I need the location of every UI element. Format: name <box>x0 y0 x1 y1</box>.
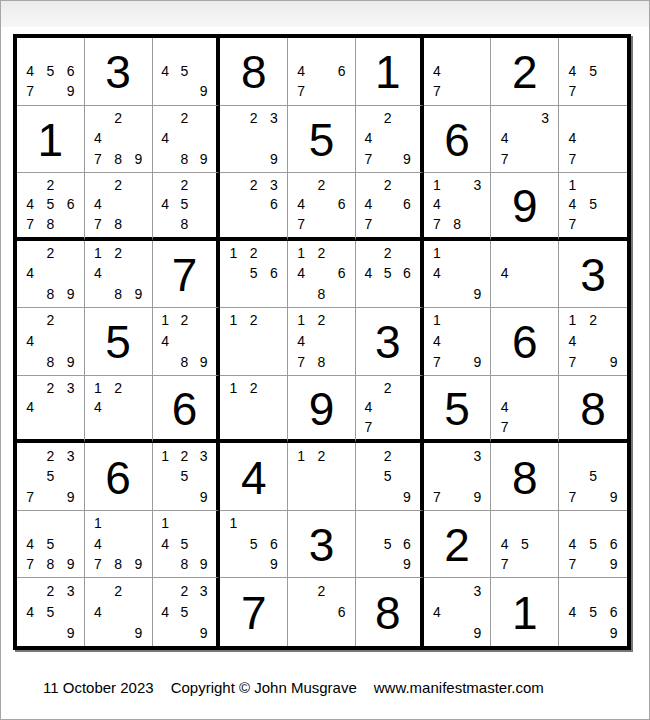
pencil-marks: 12468 <box>288 241 355 308</box>
pencil-marks: 2479 <box>356 106 420 173</box>
candidate-7: 7 <box>494 554 514 575</box>
candidate-1: 1 <box>427 310 447 331</box>
pencil-marks: 26 <box>288 578 355 646</box>
cell-r7c1: 23579 <box>17 443 85 511</box>
candidate-2: 2 <box>40 243 60 264</box>
cell-r2c4: 239 <box>220 106 288 174</box>
cell-r4c1: 2489 <box>17 241 85 309</box>
candidate-7: 7 <box>291 351 311 372</box>
candidate-1: 1 <box>156 310 175 331</box>
pencil-marks: 47 <box>491 376 558 440</box>
candidate-1: 1 <box>562 175 583 195</box>
cell-r4c6: 2456 <box>356 241 424 309</box>
candidate-5: 5 <box>583 61 604 82</box>
cell-r8c7: 2 <box>424 511 492 579</box>
given-digit: 7 <box>172 252 198 298</box>
cell-r1c3: 459 <box>153 38 221 106</box>
cell-r7c6: 259 <box>356 443 424 511</box>
cell-r5c7: 1479 <box>424 308 492 376</box>
cell-r6c4: 12 <box>220 376 288 444</box>
pencil-marks: 23459 <box>17 578 84 646</box>
candidate-5: 5 <box>40 61 60 82</box>
candidate-4: 4 <box>20 397 40 417</box>
cell-r4c8: 4 <box>491 241 559 309</box>
candidate-4: 4 <box>291 331 311 352</box>
candidate-9: 9 <box>61 486 81 507</box>
given-digit: 2 <box>444 522 470 568</box>
candidate-2: 2 <box>311 310 331 331</box>
page: 4567934598467147245712478924892395247963… <box>0 0 650 720</box>
candidate-4: 4 <box>20 601 40 622</box>
candidate-7: 7 <box>427 214 447 234</box>
candidate-8: 8 <box>108 149 128 170</box>
candidate-6: 6 <box>332 61 352 82</box>
candidate-1: 1 <box>291 445 311 466</box>
candidate-4: 4 <box>156 601 175 622</box>
pencil-marks: 12489 <box>85 241 152 308</box>
candidate-7: 7 <box>291 214 311 234</box>
candidate-4: 4 <box>562 61 583 82</box>
candidate-8: 8 <box>108 554 128 575</box>
given-digit: 1 <box>375 49 401 95</box>
cell-r7c3: 12359 <box>153 443 221 511</box>
cell-r9c2: 249 <box>85 578 153 646</box>
candidate-4: 4 <box>88 128 108 149</box>
candidate-8: 8 <box>175 149 194 170</box>
candidate-4: 4 <box>562 195 583 215</box>
cell-r3c3: 2458 <box>153 173 221 241</box>
candidate-4: 4 <box>494 263 514 284</box>
candidate-7: 7 <box>562 214 583 234</box>
candidate-7: 7 <box>562 149 583 170</box>
candidate-7: 7 <box>427 486 447 507</box>
candidate-2: 2 <box>378 378 397 398</box>
cell-r8c6: 569 <box>356 511 424 579</box>
candidate-5: 5 <box>583 195 604 215</box>
candidate-4: 4 <box>291 61 311 82</box>
candidate-9: 9 <box>128 622 148 643</box>
cell-r6c8: 47 <box>491 376 559 444</box>
candidate-1: 1 <box>156 445 175 466</box>
cell-r2c8: 347 <box>491 106 559 174</box>
pencil-marks: 249 <box>85 578 152 646</box>
candidate-4: 4 <box>427 331 447 352</box>
cell-r3c8: 9 <box>491 173 559 241</box>
candidate-5: 5 <box>175 195 194 215</box>
cell-r1c7: 47 <box>424 38 492 106</box>
cell-r2c7: 6 <box>424 106 492 174</box>
cell-r3c2: 2478 <box>85 173 153 241</box>
cell-r5c3: 12489 <box>153 308 221 376</box>
pencil-marks: 379 <box>424 443 491 510</box>
pencil-marks: 2478 <box>85 173 152 237</box>
candidate-4: 4 <box>20 263 40 284</box>
candidate-4: 4 <box>88 263 108 284</box>
candidate-1: 1 <box>88 378 108 398</box>
candidate-6: 6 <box>264 533 284 554</box>
candidate-3: 3 <box>264 175 284 195</box>
candidate-1: 1 <box>427 243 447 264</box>
pencil-marks: 45679 <box>17 38 84 105</box>
cell-r5c2: 5 <box>85 308 153 376</box>
cell-r4c2: 12489 <box>85 241 153 309</box>
candidate-5: 5 <box>583 601 604 622</box>
candidate-2: 2 <box>311 580 331 601</box>
candidate-4: 4 <box>156 195 175 215</box>
candidate-2: 2 <box>40 378 60 398</box>
candidate-9: 9 <box>194 486 213 507</box>
candidate-9: 9 <box>467 351 487 372</box>
candidate-1: 1 <box>88 243 108 264</box>
candidate-5: 5 <box>515 533 535 554</box>
pencil-marks: 14789 <box>85 511 152 578</box>
candidate-6: 6 <box>264 263 284 284</box>
cell-r6c9: 8 <box>559 376 627 444</box>
header-band <box>1 1 649 27</box>
cell-r5c8: 6 <box>491 308 559 376</box>
cell-r1c2: 3 <box>85 38 153 106</box>
given-digit: 3 <box>309 522 335 568</box>
candidate-9: 9 <box>397 149 416 170</box>
candidate-1: 1 <box>562 310 583 331</box>
given-digit: 9 <box>512 183 538 229</box>
pencil-marks: 247 <box>356 376 420 440</box>
cell-r1c4: 8 <box>220 38 288 106</box>
candidate-2: 2 <box>311 175 331 195</box>
footer-copyright: Copyright © John Musgrave <box>171 679 357 696</box>
candidate-7: 7 <box>291 81 311 102</box>
given-digit: 3 <box>375 319 401 365</box>
candidate-4: 4 <box>156 128 175 149</box>
candidate-7: 7 <box>494 149 514 170</box>
candidate-2: 2 <box>175 108 194 129</box>
candidate-8: 8 <box>40 214 60 234</box>
candidate-9: 9 <box>61 622 81 643</box>
candidate-6: 6 <box>61 61 81 82</box>
footer-website: www.manifestmaster.com <box>374 679 544 696</box>
candidate-4: 4 <box>427 263 447 284</box>
cell-r2c2: 24789 <box>85 106 153 174</box>
candidate-9: 9 <box>467 486 487 507</box>
pencil-marks: 12478 <box>288 308 355 375</box>
candidate-5: 5 <box>175 61 194 82</box>
candidate-2: 2 <box>40 175 60 195</box>
candidate-4: 4 <box>359 397 378 417</box>
candidate-6: 6 <box>332 601 352 622</box>
candidate-4: 4 <box>427 61 447 82</box>
candidate-9: 9 <box>194 554 213 575</box>
candidate-1: 1 <box>156 513 175 534</box>
candidate-1: 1 <box>223 513 243 534</box>
candidate-7: 7 <box>20 554 40 575</box>
candidate-2: 2 <box>378 445 397 466</box>
candidate-8: 8 <box>311 351 331 372</box>
cell-r2c3: 2489 <box>153 106 221 174</box>
candidate-1: 1 <box>223 378 243 398</box>
candidate-2: 2 <box>108 580 128 601</box>
candidate-6: 6 <box>332 263 352 284</box>
candidate-4: 4 <box>359 128 378 149</box>
candidate-9: 9 <box>61 284 81 305</box>
candidate-5: 5 <box>244 533 264 554</box>
candidate-6: 6 <box>264 195 284 215</box>
cell-r8c1: 45789 <box>17 511 85 579</box>
candidate-9: 9 <box>264 149 284 170</box>
candidate-6: 6 <box>397 533 416 554</box>
cell-r4c4: 1256 <box>220 241 288 309</box>
pencil-marks: 12359 <box>153 443 217 510</box>
given-digit: 8 <box>375 590 401 636</box>
given-digit: 9 <box>309 386 335 432</box>
candidate-2: 2 <box>244 243 264 264</box>
given-digit: 5 <box>444 386 470 432</box>
given-digit: 3 <box>105 49 131 95</box>
candidate-6: 6 <box>61 195 81 215</box>
pencil-marks: 349 <box>424 578 491 646</box>
pencil-marks: 457 <box>559 38 627 105</box>
given-digit: 6 <box>105 455 131 501</box>
footer: 11 October 2023 Copyright © John Musgrav… <box>43 679 544 696</box>
cell-r7c7: 379 <box>424 443 492 511</box>
candidate-9: 9 <box>194 81 213 102</box>
cell-r5c1: 2489 <box>17 308 85 376</box>
given-digit: 6 <box>444 117 470 163</box>
candidate-9: 9 <box>603 622 624 643</box>
given-digit: 1 <box>38 117 64 163</box>
candidate-4: 4 <box>156 331 175 352</box>
pencil-marks: 14589 <box>153 511 217 578</box>
candidate-3: 3 <box>467 445 487 466</box>
pencil-marks: 24789 <box>85 106 152 173</box>
candidate-8: 8 <box>447 214 467 234</box>
cell-r4c3: 7 <box>153 241 221 309</box>
cell-r5c5: 12478 <box>288 308 356 376</box>
candidate-4: 4 <box>562 601 583 622</box>
candidate-9: 9 <box>194 351 213 372</box>
candidate-4: 4 <box>291 195 311 215</box>
candidate-8: 8 <box>311 284 331 305</box>
pencil-marks: 149 <box>424 241 491 308</box>
cell-r9c6: 8 <box>356 578 424 646</box>
candidate-7: 7 <box>88 554 108 575</box>
given-digit: 3 <box>580 252 606 298</box>
candidate-2: 2 <box>108 378 128 398</box>
candidate-2: 2 <box>378 243 397 264</box>
candidate-8: 8 <box>175 214 194 234</box>
cell-r8c8: 457 <box>491 511 559 579</box>
cell-r6c6: 247 <box>356 376 424 444</box>
pencil-marks: 23579 <box>17 443 84 510</box>
cell-r1c8: 2 <box>491 38 559 106</box>
pencil-marks: 12 <box>288 443 355 510</box>
candidate-8: 8 <box>108 284 128 305</box>
cell-r3c4: 236 <box>220 173 288 241</box>
candidate-2: 2 <box>583 310 604 331</box>
cell-r9c5: 26 <box>288 578 356 646</box>
candidate-3: 3 <box>61 378 81 398</box>
pencil-marks: 457 <box>491 511 558 578</box>
pencil-marks: 239 <box>220 106 287 173</box>
cell-r7c4: 4 <box>220 443 288 511</box>
sudoku-grid: 4567934598467147245712478924892395247963… <box>13 34 631 650</box>
pencil-marks: 45679 <box>559 511 627 578</box>
pencil-marks: 4569 <box>559 578 627 646</box>
cell-r2c9: 47 <box>559 106 627 174</box>
candidate-4: 4 <box>494 533 514 554</box>
footer-date: 11 October 2023 <box>43 679 154 696</box>
candidate-4: 4 <box>359 263 378 284</box>
cell-r1c6: 1 <box>356 38 424 106</box>
candidate-3: 3 <box>535 108 555 129</box>
candidate-1: 1 <box>291 310 311 331</box>
pencil-marks: 23459 <box>153 578 217 646</box>
candidate-5: 5 <box>175 466 194 487</box>
pencil-marks: 259 <box>356 443 420 510</box>
candidate-9: 9 <box>128 149 148 170</box>
cell-r7c9: 579 <box>559 443 627 511</box>
candidate-4: 4 <box>88 601 108 622</box>
cell-r3c5: 2467 <box>288 173 356 241</box>
cell-r2c5: 5 <box>288 106 356 174</box>
cell-r9c8: 1 <box>491 578 559 646</box>
cell-r4c7: 149 <box>424 241 492 309</box>
candidate-7: 7 <box>359 214 378 234</box>
candidate-5: 5 <box>40 466 60 487</box>
pencil-marks: 12 <box>220 308 287 375</box>
pencil-marks: 245678 <box>17 173 84 237</box>
candidate-5: 5 <box>244 263 264 284</box>
cell-r6c2: 124 <box>85 376 153 444</box>
candidate-2: 2 <box>175 445 194 466</box>
cell-r2c1: 1 <box>17 106 85 174</box>
pencil-marks: 467 <box>288 38 355 105</box>
candidate-6: 6 <box>397 263 416 284</box>
pencil-marks: 12479 <box>559 308 627 375</box>
candidate-2: 2 <box>40 580 60 601</box>
given-digit: 8 <box>580 386 606 432</box>
pencil-marks: 236 <box>220 173 287 237</box>
candidate-2: 2 <box>378 175 397 195</box>
cell-r6c7: 5 <box>424 376 492 444</box>
given-digit: 7 <box>241 590 267 636</box>
candidate-7: 7 <box>20 486 40 507</box>
given-digit: 4 <box>241 455 267 501</box>
candidate-8: 8 <box>40 351 60 372</box>
candidate-4: 4 <box>427 601 447 622</box>
cell-r5c9: 12479 <box>559 308 627 376</box>
candidate-2: 2 <box>40 445 60 466</box>
candidate-9: 9 <box>194 149 213 170</box>
pencil-marks: 2489 <box>17 308 84 375</box>
pencil-marks: 347 <box>491 106 558 173</box>
candidate-7: 7 <box>427 81 447 102</box>
cell-r1c5: 467 <box>288 38 356 106</box>
pencil-marks: 2456 <box>356 241 420 308</box>
given-digit: 5 <box>309 117 335 163</box>
candidate-9: 9 <box>128 284 148 305</box>
given-digit: 5 <box>105 319 131 365</box>
pencil-marks: 2489 <box>17 241 84 308</box>
candidate-3: 3 <box>467 175 487 195</box>
candidate-2: 2 <box>244 175 264 195</box>
pencil-marks: 4 <box>491 241 558 308</box>
candidate-5: 5 <box>40 533 60 554</box>
candidate-2: 2 <box>108 243 128 264</box>
pencil-marks: 2489 <box>153 106 217 173</box>
cell-r9c4: 7 <box>220 578 288 646</box>
candidate-4: 4 <box>562 533 583 554</box>
candidate-6: 6 <box>603 601 624 622</box>
given-digit: 8 <box>512 455 538 501</box>
candidate-4: 4 <box>156 61 175 82</box>
candidate-1: 1 <box>427 175 447 195</box>
candidate-4: 4 <box>494 128 514 149</box>
candidate-4: 4 <box>20 533 40 554</box>
candidate-5: 5 <box>175 601 194 622</box>
candidate-2: 2 <box>311 445 331 466</box>
pencil-marks: 2458 <box>153 173 217 237</box>
candidate-4: 4 <box>562 128 583 149</box>
candidate-5: 5 <box>378 466 397 487</box>
cell-r8c4: 1569 <box>220 511 288 579</box>
candidate-4: 4 <box>20 331 40 352</box>
given-digit: 8 <box>241 49 267 95</box>
candidate-9: 9 <box>603 554 624 575</box>
candidate-4: 4 <box>427 195 447 215</box>
candidate-4: 4 <box>88 195 108 215</box>
candidate-9: 9 <box>467 622 487 643</box>
candidate-2: 2 <box>378 108 397 129</box>
candidate-2: 2 <box>311 243 331 264</box>
candidate-2: 2 <box>175 175 194 195</box>
candidate-4: 4 <box>88 397 108 417</box>
candidate-5: 5 <box>378 263 397 284</box>
cell-r5c6: 3 <box>356 308 424 376</box>
cell-r5c4: 12 <box>220 308 288 376</box>
candidate-9: 9 <box>397 486 416 507</box>
candidate-3: 3 <box>61 445 81 466</box>
candidate-4: 4 <box>562 331 583 352</box>
pencil-marks: 1479 <box>424 308 491 375</box>
candidate-5: 5 <box>40 601 60 622</box>
candidate-5: 5 <box>40 195 60 215</box>
candidate-5: 5 <box>175 533 194 554</box>
candidate-2: 2 <box>244 378 264 398</box>
cell-r3c1: 245678 <box>17 173 85 241</box>
candidate-2: 2 <box>175 580 194 601</box>
pencil-marks: 579 <box>559 443 627 510</box>
cell-r9c1: 23459 <box>17 578 85 646</box>
candidate-3: 3 <box>194 445 213 466</box>
candidate-8: 8 <box>175 351 194 372</box>
candidate-6: 6 <box>397 195 416 215</box>
pencil-marks: 234 <box>17 376 84 440</box>
candidate-9: 9 <box>61 554 81 575</box>
given-digit: 2 <box>512 49 538 95</box>
cell-r2c6: 2479 <box>356 106 424 174</box>
candidate-2: 2 <box>175 310 194 331</box>
cell-r6c1: 234 <box>17 376 85 444</box>
cell-r3c6: 2467 <box>356 173 424 241</box>
candidate-2: 2 <box>40 310 60 331</box>
candidate-7: 7 <box>562 81 583 102</box>
given-digit: 6 <box>512 319 538 365</box>
pencil-marks: 12 <box>220 376 287 440</box>
cell-r9c9: 4569 <box>559 578 627 646</box>
cell-r7c5: 12 <box>288 443 356 511</box>
given-digit: 6 <box>172 386 198 432</box>
candidate-7: 7 <box>562 554 583 575</box>
